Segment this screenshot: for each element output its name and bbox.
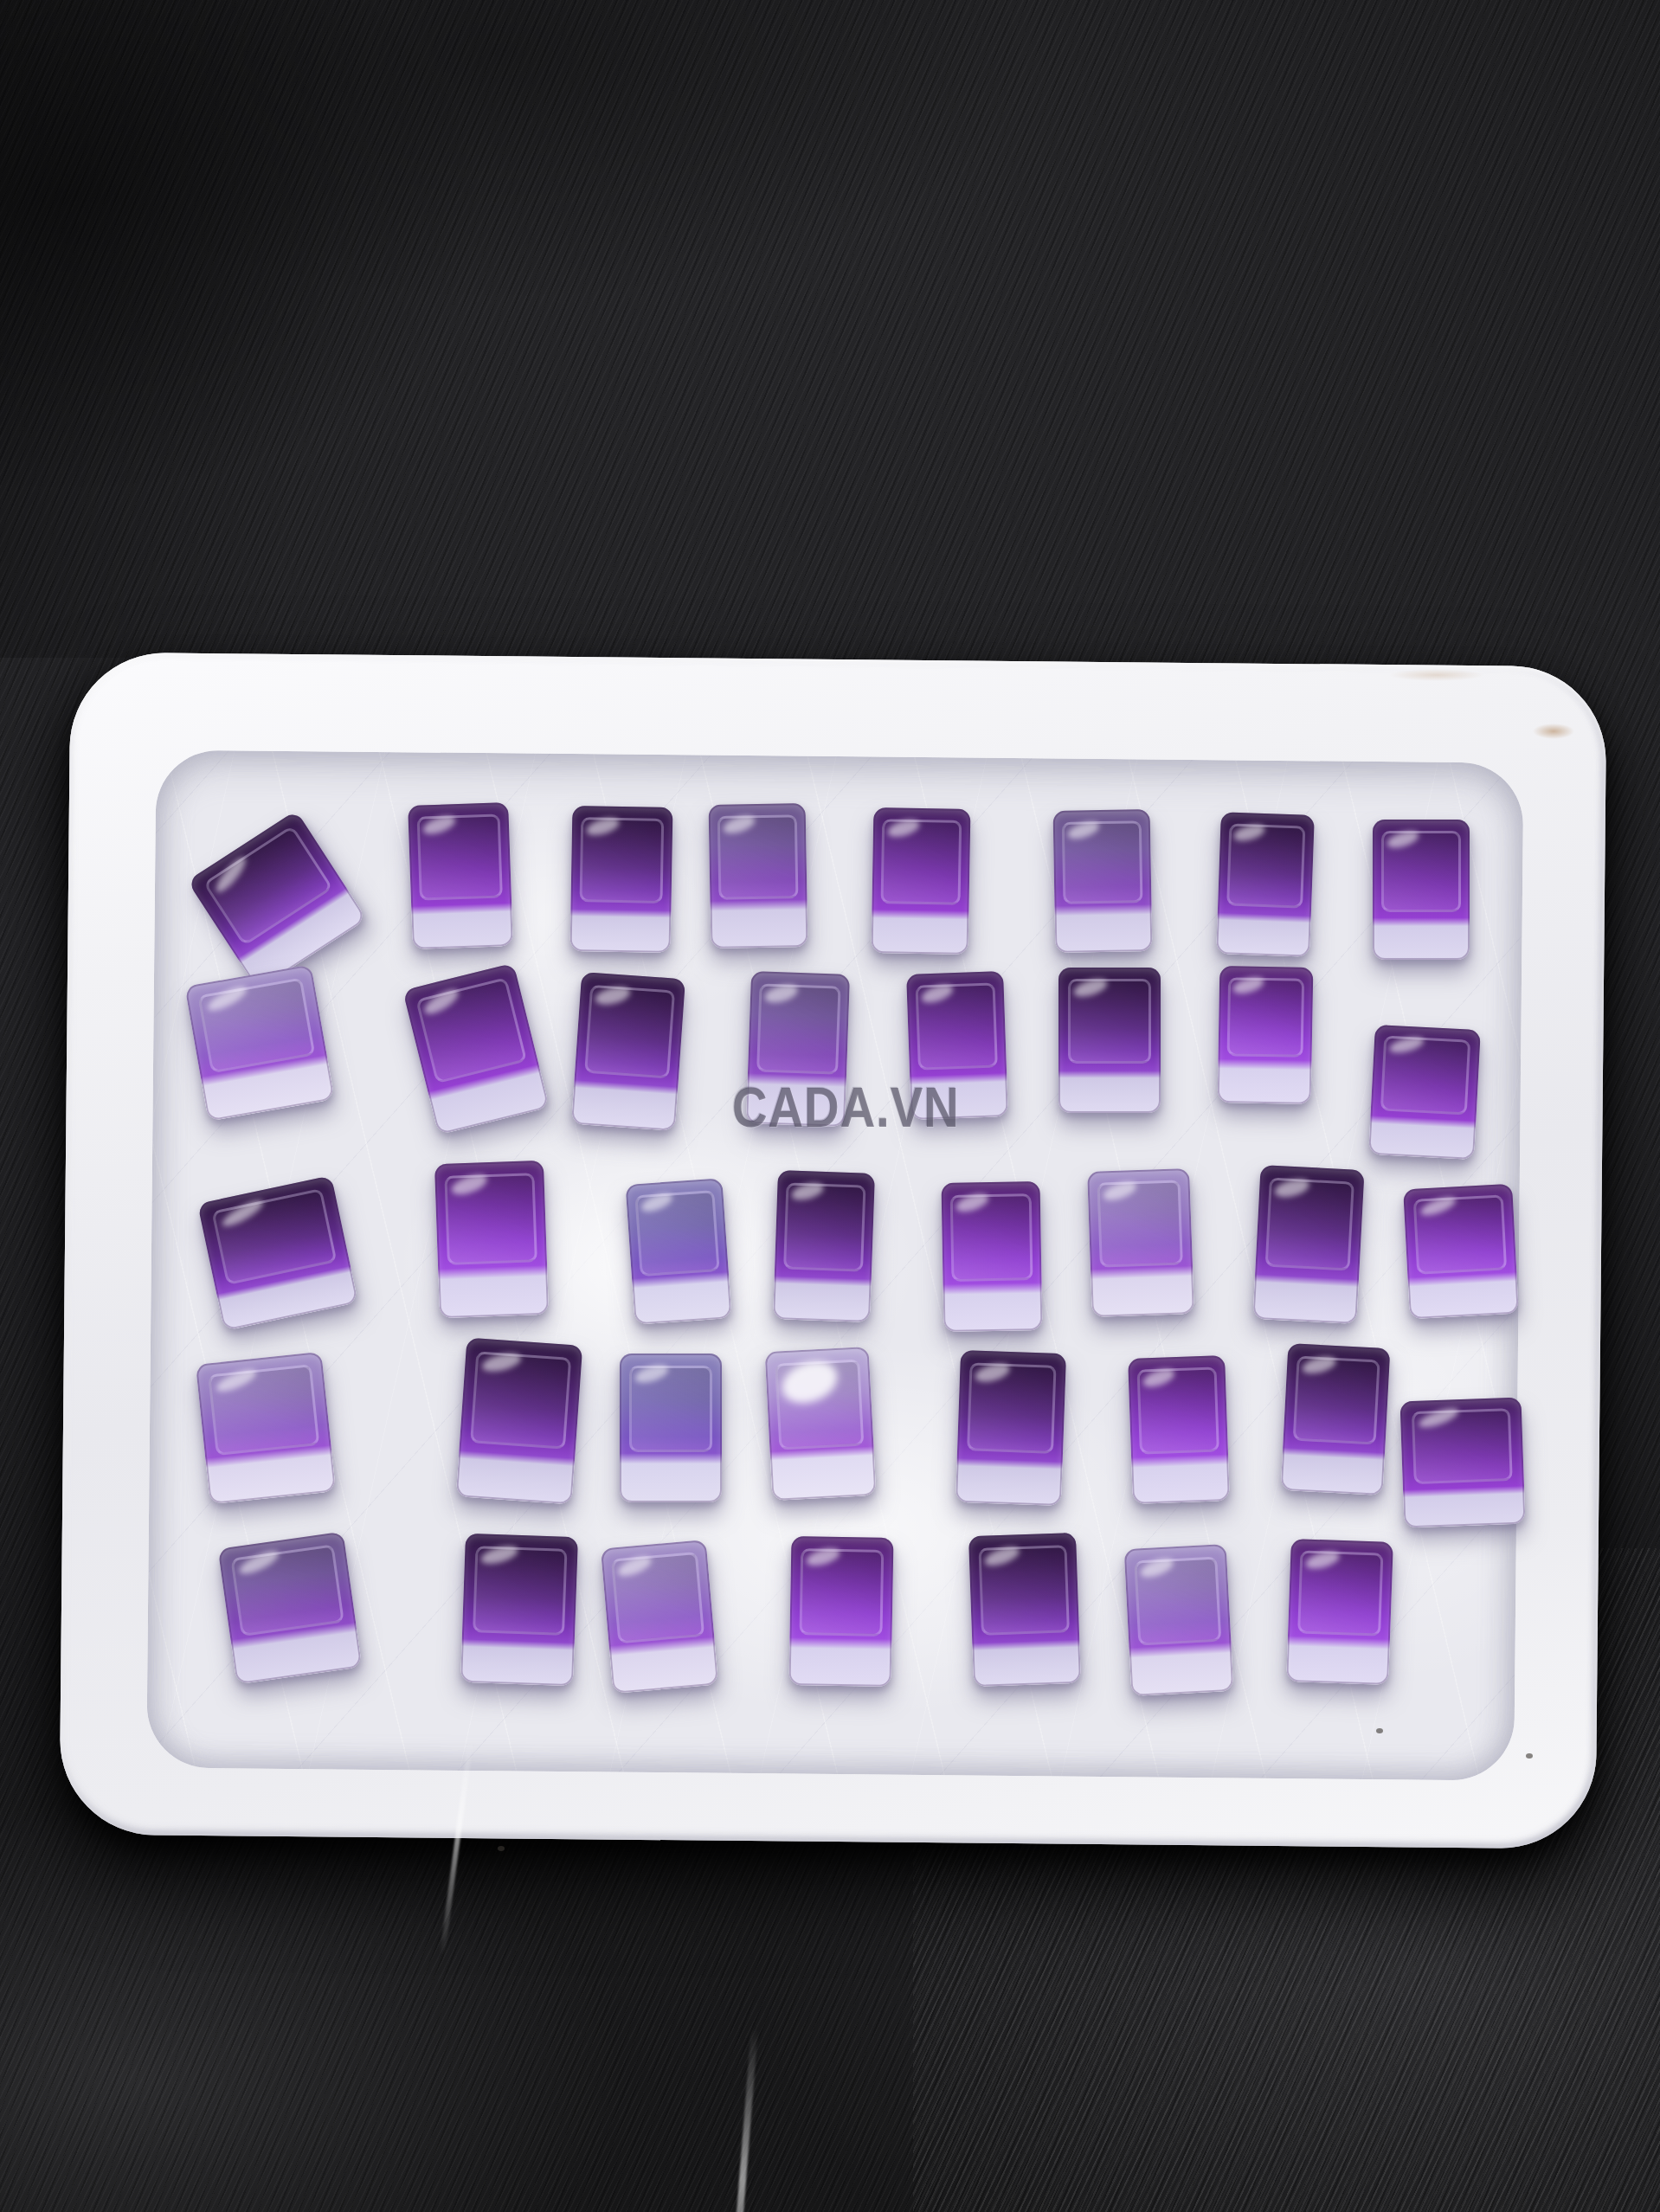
floor-speck bbox=[498, 1846, 505, 1851]
gem-cube-r4-c4 bbox=[765, 1347, 877, 1501]
gem-cube-r4-c6 bbox=[1128, 1355, 1230, 1504]
gem-cube-r5-c6 bbox=[1124, 1544, 1234, 1696]
gem-cube-r3-c5 bbox=[942, 1181, 1043, 1332]
gem-cube-r1-c6 bbox=[1053, 809, 1153, 953]
gem-cube-r1-c4 bbox=[709, 803, 808, 948]
gem-cube-r3-c6 bbox=[1087, 1168, 1194, 1317]
cube-top-facet bbox=[198, 977, 315, 1073]
gem-cube-r2-c1 bbox=[184, 964, 334, 1121]
cube-top-facet bbox=[415, 977, 527, 1083]
watermark: CADA.VN bbox=[732, 1076, 960, 1140]
gem-cube-r4-c2 bbox=[456, 1338, 583, 1505]
gem-cube-r3-c2 bbox=[434, 1161, 549, 1318]
gem-cube-r5-c1 bbox=[218, 1532, 363, 1685]
gem-cube-r2-c7 bbox=[1218, 966, 1314, 1104]
rim-stain bbox=[1533, 723, 1574, 739]
gem-cube-r1-c5 bbox=[872, 807, 971, 955]
gem-cube-r2-c3 bbox=[571, 972, 685, 1131]
gem-cube-r1-c2 bbox=[408, 802, 513, 949]
gem-cube-r3-c4 bbox=[773, 1170, 875, 1322]
photo-scene: CADA.VN bbox=[0, 0, 1660, 2212]
gem-cube-r5-c3 bbox=[601, 1540, 718, 1694]
gem-cube-r3-c3 bbox=[625, 1178, 731, 1324]
gem-cube-r3-c8 bbox=[1403, 1184, 1519, 1319]
gem-cube-r4-c8 bbox=[1399, 1398, 1525, 1528]
floor-speck bbox=[1526, 1753, 1533, 1759]
cube-top-facet bbox=[230, 1544, 344, 1636]
cube-top-facet bbox=[212, 1188, 338, 1285]
gem-cube-r1-c8 bbox=[1373, 820, 1470, 960]
gem-cube-r5-c4 bbox=[789, 1536, 894, 1687]
gem-cube-r4-c7 bbox=[1281, 1343, 1391, 1495]
gem-cube-r5-c2 bbox=[460, 1534, 578, 1686]
gem-cube-r3-c7 bbox=[1252, 1165, 1364, 1324]
gem-cube-r5-c5 bbox=[968, 1533, 1081, 1687]
gem-cube-r4-c1 bbox=[196, 1352, 336, 1504]
gem-cube-r3-c1 bbox=[197, 1175, 358, 1331]
gem-cube-r4-c5 bbox=[955, 1350, 1066, 1506]
gem-cube-r4-c3 bbox=[620, 1354, 722, 1502]
gem-cube-r5-c7 bbox=[1286, 1538, 1393, 1684]
gem-cube-r1-c7 bbox=[1216, 812, 1315, 957]
rim-stain bbox=[1389, 669, 1484, 681]
gem-cube-r2-c8 bbox=[1368, 1025, 1481, 1160]
gem-cube-r2-c6 bbox=[1058, 968, 1161, 1113]
floor-speck bbox=[1376, 1728, 1383, 1733]
gem-cube-r1-c3 bbox=[570, 806, 673, 953]
fabric-fold-shadow bbox=[0, 0, 1660, 658]
